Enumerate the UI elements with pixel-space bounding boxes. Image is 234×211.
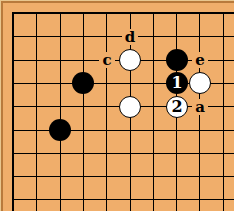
white-stone bbox=[189, 72, 211, 94]
point-label-e: e bbox=[192, 52, 208, 68]
black-stone-move-1: 1 bbox=[166, 72, 188, 94]
grid-line-horizontal bbox=[12, 199, 234, 200]
black-stone bbox=[166, 49, 188, 71]
grid-line-horizontal bbox=[12, 176, 234, 177]
grid-line-vertical bbox=[12, 12, 14, 211]
white-stone bbox=[119, 96, 141, 118]
grid-line-vertical bbox=[223, 12, 224, 211]
grid-line-vertical bbox=[106, 12, 107, 211]
white-stone bbox=[119, 49, 141, 71]
point-label-d: d bbox=[122, 29, 138, 45]
grid-line-horizontal bbox=[12, 153, 234, 154]
grid-line-horizontal bbox=[12, 12, 234, 14]
black-stone bbox=[49, 119, 71, 141]
white-stone-move-2: 2 bbox=[166, 96, 188, 118]
board-frame-top-dark bbox=[1, 1, 234, 3]
go-board-diagram: dcea12 bbox=[0, 0, 234, 211]
point-label-a: a bbox=[192, 99, 208, 115]
point-label-c: c bbox=[99, 52, 115, 68]
grid-line-vertical bbox=[83, 12, 84, 211]
grid-line-vertical bbox=[36, 12, 37, 211]
grid-line-horizontal bbox=[12, 130, 234, 131]
grid-line-vertical bbox=[153, 12, 154, 211]
grid-line-vertical bbox=[60, 12, 61, 211]
black-stone bbox=[72, 72, 94, 94]
board-frame-left-dark bbox=[1, 1, 3, 211]
